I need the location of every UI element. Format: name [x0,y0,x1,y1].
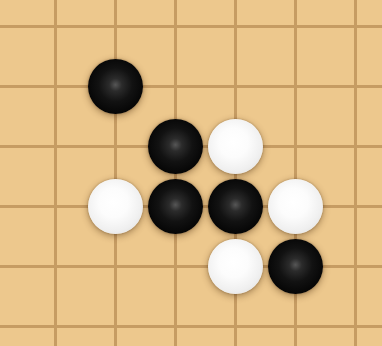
board-cell[interactable] [117,28,177,88]
board-cell[interactable] [0,28,57,88]
board-cell[interactable] [237,148,297,208]
board-cell[interactable] [117,0,177,28]
board-cell[interactable] [237,208,297,268]
board-cell[interactable] [0,148,57,208]
board-cell[interactable] [57,328,117,346]
board-cell[interactable] [117,328,177,346]
board-cell[interactable] [57,0,117,28]
board-cell[interactable] [297,148,357,208]
board-cell[interactable] [177,0,237,28]
board-cell[interactable] [357,148,382,208]
board-cell[interactable] [357,328,382,346]
board-cell[interactable] [57,268,117,328]
board-cell[interactable] [237,0,297,28]
board-cell[interactable] [177,88,237,148]
board-cell[interactable] [237,28,297,88]
board-cell[interactable] [237,268,297,328]
board-cell[interactable] [117,208,177,268]
go-board[interactable] [0,0,382,346]
board-cell[interactable] [0,208,57,268]
board-cell[interactable] [177,328,237,346]
board-cell[interactable] [0,328,57,346]
board-cell[interactable] [117,268,177,328]
board-cell[interactable] [237,328,297,346]
board-cell[interactable] [0,88,57,148]
board-cell[interactable] [357,88,382,148]
board-cell[interactable] [57,208,117,268]
board-cell[interactable] [117,88,177,148]
board-cell[interactable] [357,268,382,328]
board-cell[interactable] [357,208,382,268]
board-cell[interactable] [297,28,357,88]
board-cell[interactable] [177,208,237,268]
board-cell[interactable] [297,328,357,346]
board-cell[interactable] [357,28,382,88]
board-gridlines [0,0,382,346]
board-cell[interactable] [297,268,357,328]
board-cell[interactable] [357,0,382,28]
board-cell[interactable] [297,208,357,268]
board-cell[interactable] [57,28,117,88]
board-cell[interactable] [237,88,297,148]
board-cell[interactable] [0,0,57,28]
board-cell[interactable] [57,88,117,148]
board-cell[interactable] [177,268,237,328]
board-cell[interactable] [297,0,357,28]
board-cell[interactable] [0,268,57,328]
board-cell[interactable] [177,28,237,88]
board-cell[interactable] [177,148,237,208]
board-cell[interactable] [297,88,357,148]
board-cell[interactable] [57,148,117,208]
board-cell[interactable] [117,148,177,208]
